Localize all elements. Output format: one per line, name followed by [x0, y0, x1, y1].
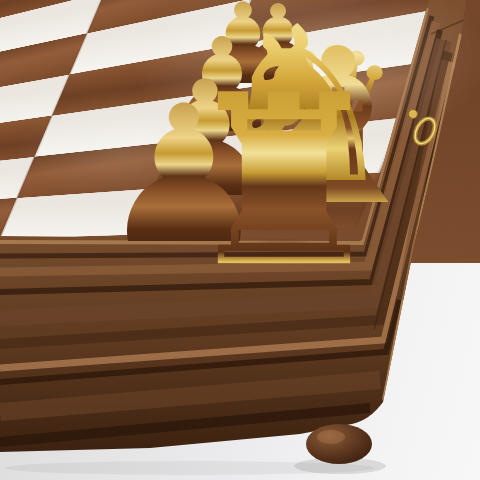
pieces-layer: ♛ ♟ ♟ ♝ ♟ ♞ ♟ ♟ ♜	[0, 0, 480, 480]
photo-stage: ♛ ♟ ♟ ♝ ♟ ♞ ♟ ♟ ♜	[0, 0, 480, 480]
piece-rook-a1: ♜	[179, 64, 390, 299]
